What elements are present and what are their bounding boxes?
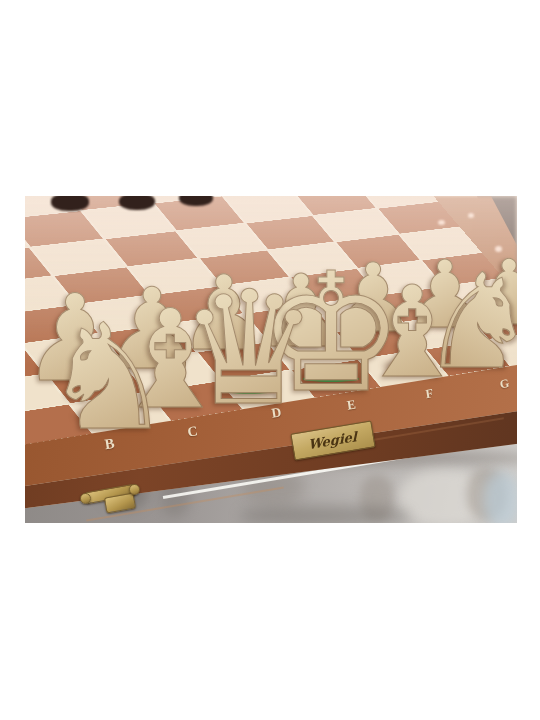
black-piece-base (119, 196, 155, 210)
light-speck (438, 220, 445, 225)
brass-clasp-finial (80, 493, 91, 504)
chess-set-photo: ABCDEFG Wegiel ♟♞♟♝♟♛♟♚♟♝♟♞♟ (25, 196, 517, 523)
brass-clasp-finial (129, 484, 140, 495)
reflection-blob (240, 506, 410, 523)
light-speck (468, 213, 474, 218)
photo-page: ABCDEFG Wegiel ♟♞♟♝♟♛♟♚♟♝♟♞♟ (0, 0, 540, 720)
black-piece-base (51, 196, 89, 211)
white-knight-b1: ♞ (43, 304, 174, 450)
reflection-blob (484, 472, 517, 523)
